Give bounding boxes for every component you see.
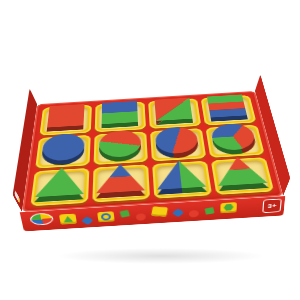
circle-part [99, 129, 142, 158]
cell-recess [156, 164, 207, 196]
triangle-part-tip [96, 163, 145, 194]
piece-square-blue-green[interactable] [95, 102, 146, 133]
front-decor-square-yellow [151, 206, 168, 216]
scene-tilt: 3+ [9, 18, 291, 274]
hexagon-icon [224, 204, 234, 211]
square-part-full [47, 104, 84, 127]
triangle-part-tip [96, 167, 146, 198]
piece-circle-blue[interactable] [35, 135, 91, 169]
board-cell-r2c2[interactable] [94, 131, 148, 165]
piece-circle-blue-red[interactable] [150, 128, 206, 162]
piece-side [96, 167, 146, 198]
board-cell-r1c1[interactable] [39, 105, 91, 136]
front-decor-circle-red [136, 213, 146, 221]
board-cell-r1c4[interactable] [201, 95, 257, 125]
board-cell-r2c4[interactable] [205, 124, 264, 158]
front-decor-tray-ring [97, 211, 114, 222]
piece-face [154, 98, 192, 121]
triangle-part-tip [214, 160, 269, 191]
triangle-icon [63, 216, 74, 223]
board-cell-r2c3[interactable] [150, 128, 206, 162]
front-decor-tray-triangle [59, 214, 77, 225]
triangle-part-full [35, 166, 86, 197]
piece-face [214, 156, 268, 186]
piece-face [207, 94, 247, 117]
piece-square-red-green[interactable] [148, 98, 201, 128]
piece-triangle-blue-red[interactable] [92, 165, 150, 203]
front-decor-circle-red [189, 210, 199, 218]
ground-shadow [56, 248, 266, 264]
piece-triangle-red-green[interactable] [211, 157, 274, 195]
piece-face [210, 123, 257, 151]
triangle-part-right-half [155, 164, 207, 195]
piece-square-green-red-blue[interactable] [201, 95, 257, 125]
front-decor-diamond-blue [172, 208, 184, 217]
piece-circle-blue-red-green[interactable] [205, 124, 264, 158]
triangle-part-base [96, 167, 146, 198]
board-grid [22, 91, 283, 212]
board-cell-r3c3[interactable] [152, 161, 212, 199]
piece-circle-red-green[interactable] [94, 131, 148, 165]
triangle-part-right-half [155, 159, 206, 190]
triangle-part-base [214, 156, 268, 186]
age-badge-text: 3+ [267, 203, 276, 209]
piece-triangle-blue-green[interactable] [152, 161, 212, 199]
front-decor-diamond-blue [81, 216, 93, 225]
piece-side [214, 160, 269, 191]
age-badge: 3+ [262, 199, 282, 214]
piece-face [102, 101, 138, 124]
piece-face [155, 159, 206, 190]
triangle-part-left-half [155, 159, 206, 190]
piece-side [34, 171, 85, 202]
circle-part [210, 123, 257, 151]
piece-face [41, 133, 85, 162]
piece-face [35, 166, 86, 197]
product-scene: 3+ [16, 26, 284, 266]
triangle-part-tip [214, 156, 268, 186]
triangle-part-full [34, 171, 85, 202]
board-cell-r3c4[interactable] [211, 157, 274, 195]
circle-part [41, 133, 85, 162]
cell-recess [97, 167, 146, 199]
shape-sorter-board: 3+ [22, 91, 283, 212]
piece-face [96, 163, 145, 194]
board-cell-r2c1[interactable] [35, 135, 91, 169]
triangle-part-left-half [155, 164, 207, 195]
piece-square-red[interactable] [39, 105, 91, 136]
triangle-part-base [214, 160, 269, 191]
front-decor-square-green [119, 210, 130, 218]
piece-face [47, 104, 84, 127]
board-cell-r1c2[interactable] [95, 102, 146, 133]
side-brand-mark [14, 190, 20, 204]
piece-face [99, 129, 142, 158]
piece-triangle-green[interactable] [30, 168, 89, 206]
brand-logo [29, 212, 54, 225]
piece-side [155, 164, 207, 195]
ring-icon [101, 213, 112, 221]
board-cell-r3c1[interactable] [30, 168, 89, 206]
board-cell-r1c3[interactable] [148, 98, 201, 128]
circle-part [155, 126, 199, 154]
cell-recess [35, 171, 85, 203]
front-decor-tray-hexagon [220, 202, 237, 213]
board-cell-r3c2[interactable] [92, 165, 150, 203]
piece-face [155, 126, 199, 154]
front-decor-square-green [205, 207, 215, 215]
cell-recess [215, 160, 269, 191]
triangle-part-base [96, 163, 145, 194]
